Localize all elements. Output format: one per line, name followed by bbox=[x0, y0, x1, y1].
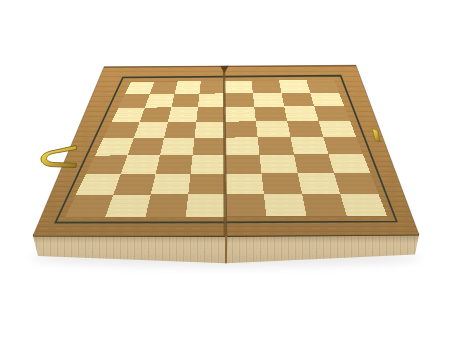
product-photo bbox=[0, 0, 450, 338]
chessboard-photo bbox=[0, 0, 450, 338]
fold-seam-side bbox=[225, 236, 227, 263]
